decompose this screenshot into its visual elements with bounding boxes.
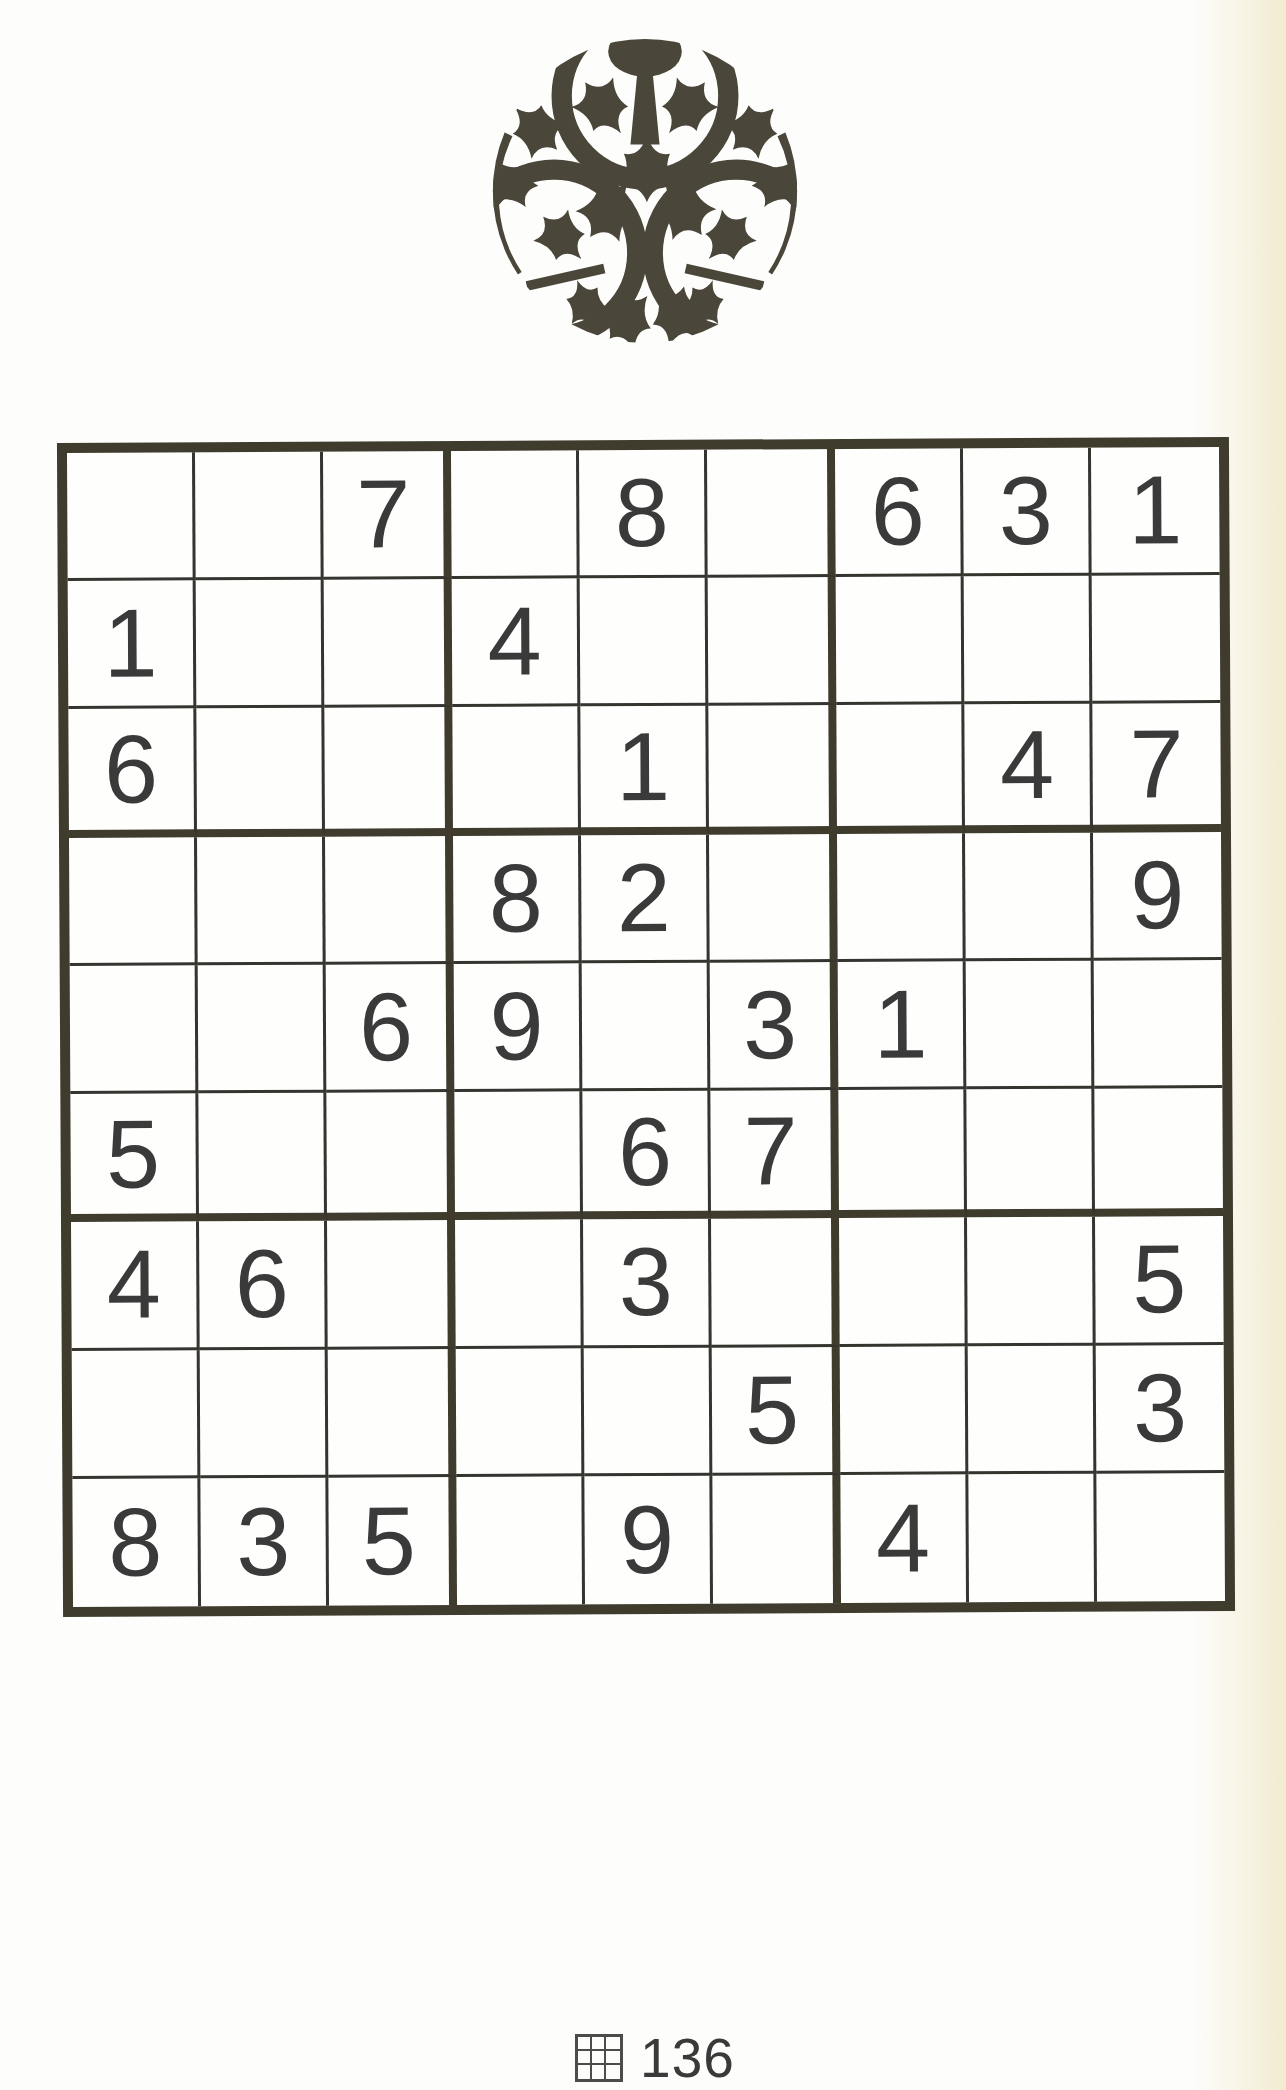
sudoku-cell[interactable] xyxy=(966,961,1095,1090)
sudoku-cell[interactable]: 5 xyxy=(1095,1216,1224,1345)
sudoku-cell[interactable] xyxy=(836,705,965,834)
sudoku-cell[interactable] xyxy=(965,832,1094,961)
sudoku-cell[interactable]: 1 xyxy=(580,706,709,835)
sudoku-cell[interactable]: 1 xyxy=(838,961,967,1090)
sudoku-cell[interactable]: 3 xyxy=(200,1477,329,1606)
sudoku-cell[interactable] xyxy=(967,1217,1096,1346)
sudoku-cell[interactable] xyxy=(712,1475,841,1604)
sudoku-cell[interactable]: 1 xyxy=(1091,447,1220,576)
sudoku-cell[interactable]: 6 xyxy=(68,709,197,838)
page-footer: 136 xyxy=(12,2026,1286,2090)
sudoku-cell[interactable]: 8 xyxy=(453,835,582,964)
sudoku-cell[interactable] xyxy=(708,577,837,706)
sudoku-cell[interactable] xyxy=(708,705,837,834)
sudoku-cell[interactable]: 3 xyxy=(963,448,1092,577)
sudoku-cell[interactable] xyxy=(711,1218,840,1347)
sudoku-cell[interactable]: 5 xyxy=(328,1477,457,1606)
sudoku-cell[interactable] xyxy=(1092,575,1221,704)
sudoku-cell[interactable] xyxy=(839,1218,968,1347)
page-number: 136 xyxy=(640,2026,735,2090)
sudoku-cell[interactable] xyxy=(580,578,709,707)
sudoku-cell[interactable] xyxy=(196,708,325,837)
sudoku-cell[interactable] xyxy=(195,452,324,581)
ornament xyxy=(490,36,800,346)
sudoku-cell[interactable] xyxy=(326,1092,455,1221)
sudoku-cell[interactable]: 9 xyxy=(584,1475,713,1604)
sudoku-cell[interactable] xyxy=(837,833,966,962)
sudoku-cell[interactable] xyxy=(454,1091,583,1220)
sudoku-cell[interactable] xyxy=(451,450,580,579)
sudoku-cell[interactable] xyxy=(327,1220,456,1349)
sudoku-cell[interactable]: 1 xyxy=(68,581,197,710)
book-page: { "game": "sudoku", "position": "..7.8.6… xyxy=(0,0,1286,2090)
sudoku-cell[interactable] xyxy=(69,837,198,966)
sudoku-cell[interactable] xyxy=(197,836,326,965)
floral-medallion-stamp xyxy=(490,36,800,346)
sudoku-cell[interactable]: 6 xyxy=(835,448,964,577)
sudoku-cell[interactable]: 7 xyxy=(1092,703,1221,832)
sudoku-cell[interactable] xyxy=(324,579,453,708)
sudoku-board: 78631146147829693156746355383594 xyxy=(57,437,1235,1617)
sudoku-cell[interactable]: 3 xyxy=(1096,1345,1225,1474)
sudoku-cell[interactable] xyxy=(455,1220,584,1349)
sudoku-cell[interactable]: 5 xyxy=(712,1347,841,1476)
sudoku-cell[interactable] xyxy=(456,1348,585,1477)
sudoku-cell[interactable]: 3 xyxy=(583,1219,712,1348)
sudoku-cell[interactable]: 8 xyxy=(72,1478,201,1607)
sudoku-cell[interactable] xyxy=(964,576,1093,705)
sudoku-cell[interactable]: 9 xyxy=(454,963,583,1092)
sudoku-cell[interactable]: 7 xyxy=(710,1090,839,1219)
sudoku-cell[interactable] xyxy=(67,452,196,581)
sudoku-cell[interactable] xyxy=(968,1345,1097,1474)
sudoku-cell[interactable] xyxy=(328,1349,457,1478)
sudoku-cell[interactable] xyxy=(456,1476,585,1605)
grid-icon xyxy=(575,2034,623,2082)
sudoku-cell[interactable] xyxy=(325,836,454,965)
sudoku-cell[interactable]: 3 xyxy=(710,962,839,1091)
sudoku-cell[interactable] xyxy=(1094,960,1223,1089)
sudoku-cell[interactable]: 8 xyxy=(579,450,708,579)
sudoku-cell[interactable] xyxy=(198,1093,327,1222)
sudoku-cell[interactable] xyxy=(196,580,325,709)
sudoku-cell[interactable]: 6 xyxy=(326,964,455,1093)
sudoku-cell[interactable] xyxy=(966,1089,1095,1218)
sudoku-cell[interactable] xyxy=(836,577,965,706)
sudoku-cell[interactable] xyxy=(70,965,199,1094)
sudoku-cell[interactable] xyxy=(1096,1473,1225,1602)
sudoku-cell[interactable] xyxy=(1094,1088,1223,1217)
sudoku-cell[interactable]: 9 xyxy=(1093,832,1222,961)
sudoku-cell[interactable]: 7 xyxy=(323,451,452,580)
sudoku-cell[interactable]: 4 xyxy=(71,1222,200,1351)
sudoku-cell[interactable] xyxy=(452,707,581,836)
sudoku-cell[interactable]: 6 xyxy=(199,1221,328,1350)
sudoku-cell[interactable] xyxy=(198,965,327,1094)
sudoku-cell[interactable] xyxy=(582,963,711,1092)
sudoku-cell[interactable] xyxy=(72,1350,201,1479)
sudoku-cell[interactable] xyxy=(709,834,838,963)
sudoku-cell[interactable] xyxy=(840,1346,969,1475)
sudoku-cell[interactable]: 6 xyxy=(582,1091,711,1220)
sudoku-cell[interactable]: 4 xyxy=(452,579,581,708)
sudoku-cell[interactable]: 4 xyxy=(840,1474,969,1603)
sudoku-cell[interactable]: 4 xyxy=(964,704,1093,833)
sudoku-cell[interactable]: 2 xyxy=(581,834,710,963)
sudoku-cell[interactable] xyxy=(968,1473,1097,1602)
sudoku-cell[interactable] xyxy=(838,1089,967,1218)
sudoku-cell[interactable]: 5 xyxy=(70,1093,199,1222)
sudoku-cell[interactable] xyxy=(324,707,453,836)
sudoku-cell[interactable] xyxy=(200,1349,329,1478)
sudoku-cell[interactable] xyxy=(707,449,836,578)
sudoku-cell[interactable] xyxy=(584,1347,713,1476)
